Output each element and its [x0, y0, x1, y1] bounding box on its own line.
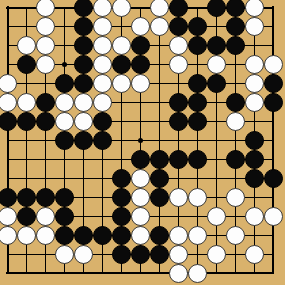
black-stone[interactable] [93, 112, 112, 131]
black-stone[interactable] [245, 150, 264, 169]
hoshi-star-point [62, 62, 67, 67]
black-stone[interactable] [131, 36, 150, 55]
white-stone[interactable] [207, 55, 226, 74]
white-stone[interactable] [245, 207, 264, 226]
white-stone[interactable] [226, 226, 245, 245]
black-stone[interactable] [74, 17, 93, 36]
white-stone[interactable] [36, 17, 55, 36]
white-stone[interactable] [245, 17, 264, 36]
white-stone[interactable] [169, 245, 188, 264]
black-stone[interactable] [112, 226, 131, 245]
white-stone[interactable] [93, 93, 112, 112]
hoshi-star-point [138, 138, 143, 143]
black-stone[interactable] [55, 131, 74, 150]
black-stone[interactable] [188, 93, 207, 112]
white-stone[interactable] [36, 55, 55, 74]
black-stone[interactable] [150, 150, 169, 169]
black-stone[interactable] [226, 93, 245, 112]
black-stone[interactable] [245, 131, 264, 150]
white-stone[interactable] [93, 55, 112, 74]
black-stone[interactable] [207, 0, 226, 17]
black-stone[interactable] [93, 226, 112, 245]
black-stone[interactable] [207, 36, 226, 55]
black-stone[interactable] [245, 169, 264, 188]
black-stone[interactable] [112, 245, 131, 264]
white-stone[interactable] [55, 112, 74, 131]
white-stone[interactable] [169, 36, 188, 55]
black-stone[interactable] [169, 93, 188, 112]
white-stone[interactable] [245, 245, 264, 264]
white-stone[interactable] [0, 207, 17, 226]
white-stone[interactable] [17, 36, 36, 55]
black-stone[interactable] [131, 55, 150, 74]
white-stone[interactable] [188, 188, 207, 207]
white-stone[interactable] [264, 207, 283, 226]
white-stone[interactable] [264, 55, 283, 74]
black-stone[interactable] [36, 188, 55, 207]
white-stone[interactable] [169, 55, 188, 74]
white-stone[interactable] [0, 93, 17, 112]
black-stone[interactable] [36, 112, 55, 131]
black-stone[interactable] [131, 245, 150, 264]
black-stone[interactable] [0, 188, 17, 207]
black-stone[interactable] [74, 74, 93, 93]
white-stone[interactable] [36, 36, 55, 55]
white-stone[interactable] [17, 93, 36, 112]
white-stone[interactable] [112, 0, 131, 17]
white-stone[interactable] [245, 55, 264, 74]
white-stone[interactable] [131, 169, 150, 188]
black-stone[interactable] [264, 169, 283, 188]
black-stone[interactable] [264, 93, 283, 112]
black-stone[interactable] [226, 36, 245, 55]
black-stone[interactable] [74, 226, 93, 245]
go-board-screenshot [0, 0, 285, 285]
white-stone[interactable] [131, 74, 150, 93]
white-stone[interactable] [150, 0, 169, 17]
black-stone[interactable] [17, 188, 36, 207]
black-stone[interactable] [188, 36, 207, 55]
black-stone[interactable] [207, 74, 226, 93]
black-stone[interactable] [169, 0, 188, 17]
black-stone[interactable] [17, 207, 36, 226]
black-stone[interactable] [55, 74, 74, 93]
grid-hline [6, 272, 274, 274]
white-stone[interactable] [131, 207, 150, 226]
white-stone[interactable] [226, 188, 245, 207]
white-stone[interactable] [131, 188, 150, 207]
black-stone[interactable] [264, 74, 283, 93]
white-stone[interactable] [74, 245, 93, 264]
black-stone[interactable] [0, 112, 17, 131]
white-stone[interactable] [226, 112, 245, 131]
white-stone[interactable] [207, 207, 226, 226]
black-stone[interactable] [188, 150, 207, 169]
black-stone[interactable] [55, 226, 74, 245]
white-stone[interactable] [36, 0, 55, 17]
white-stone[interactable] [169, 264, 188, 283]
white-stone[interactable] [245, 0, 264, 17]
white-stone[interactable] [188, 226, 207, 245]
white-stone[interactable] [36, 226, 55, 245]
black-stone[interactable] [112, 188, 131, 207]
white-stone[interactable] [74, 93, 93, 112]
white-stone[interactable] [131, 226, 150, 245]
black-stone[interactable] [226, 150, 245, 169]
black-stone[interactable] [188, 17, 207, 36]
black-stone[interactable] [188, 74, 207, 93]
black-stone[interactable] [55, 188, 74, 207]
black-stone[interactable] [74, 55, 93, 74]
white-stone[interactable] [36, 207, 55, 226]
black-stone[interactable] [150, 169, 169, 188]
black-stone[interactable] [150, 226, 169, 245]
black-stone[interactable] [74, 36, 93, 55]
white-stone[interactable] [169, 226, 188, 245]
white-stone[interactable] [93, 17, 112, 36]
white-stone[interactable] [93, 74, 112, 93]
white-stone[interactable] [93, 36, 112, 55]
black-stone[interactable] [226, 17, 245, 36]
black-stone[interactable] [74, 131, 93, 150]
black-stone[interactable] [55, 207, 74, 226]
white-stone[interactable] [150, 17, 169, 36]
black-stone[interactable] [169, 150, 188, 169]
black-stone[interactable] [74, 0, 93, 17]
white-stone[interactable] [169, 188, 188, 207]
black-stone[interactable] [150, 245, 169, 264]
black-stone[interactable] [188, 112, 207, 131]
white-stone[interactable] [245, 93, 264, 112]
black-stone[interactable] [93, 131, 112, 150]
white-stone[interactable] [245, 74, 264, 93]
black-stone[interactable] [226, 0, 245, 17]
white-stone[interactable] [55, 93, 74, 112]
white-stone[interactable] [207, 245, 226, 264]
black-stone[interactable] [131, 150, 150, 169]
black-stone[interactable] [112, 55, 131, 74]
black-stone[interactable] [169, 17, 188, 36]
grid-vline [272, 6, 274, 274]
go-board[interactable] [0, 0, 285, 285]
white-stone[interactable] [131, 17, 150, 36]
white-stone[interactable] [112, 74, 131, 93]
black-stone[interactable] [17, 55, 36, 74]
white-stone[interactable] [112, 36, 131, 55]
black-stone[interactable] [150, 188, 169, 207]
white-stone[interactable] [17, 226, 36, 245]
white-stone[interactable] [55, 245, 74, 264]
white-stone[interactable] [0, 226, 17, 245]
black-stone[interactable] [112, 169, 131, 188]
black-stone[interactable] [112, 207, 131, 226]
white-stone[interactable] [74, 112, 93, 131]
white-stone[interactable] [188, 264, 207, 283]
white-stone[interactable] [0, 74, 17, 93]
black-stone[interactable] [17, 112, 36, 131]
white-stone[interactable] [93, 0, 112, 17]
black-stone[interactable] [36, 93, 55, 112]
black-stone[interactable] [169, 112, 188, 131]
